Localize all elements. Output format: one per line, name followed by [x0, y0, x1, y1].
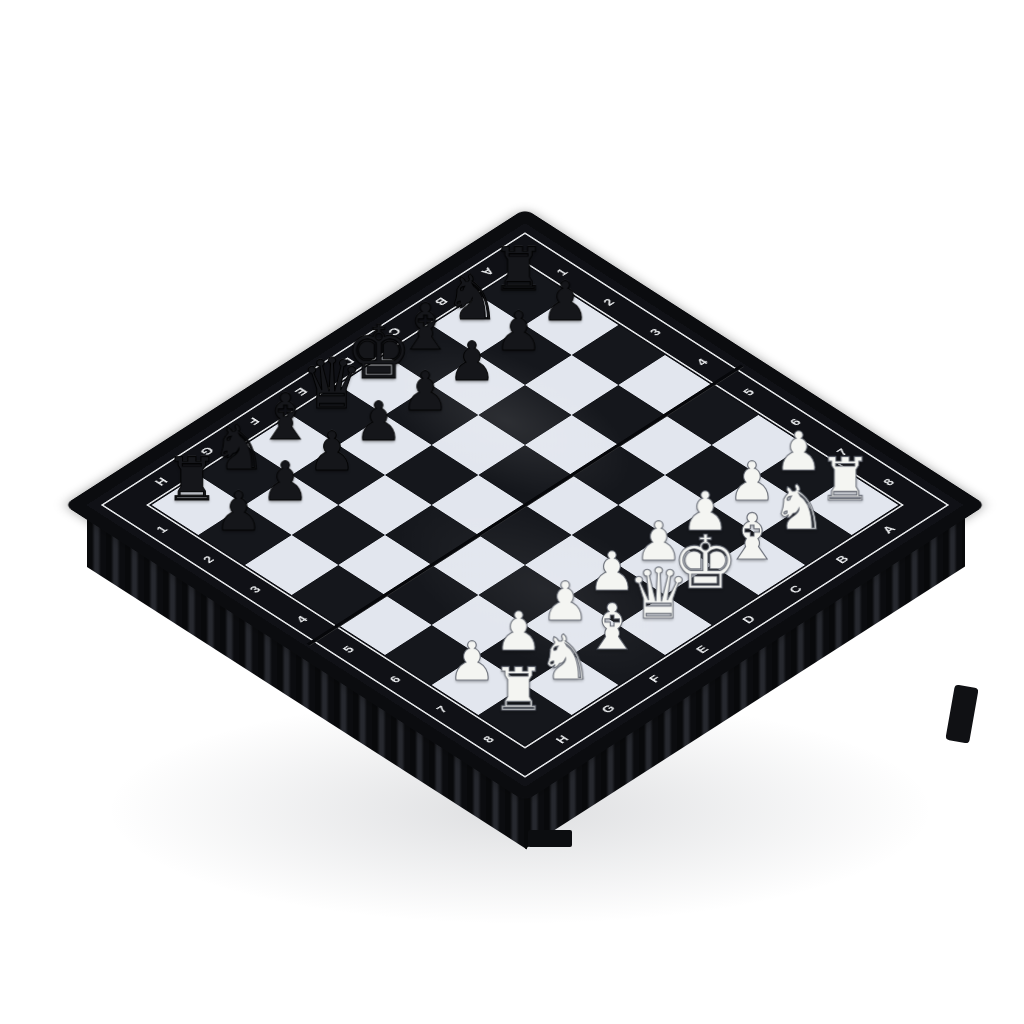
chess-set-photo: 12345678 12345678 ABCDEFGH ABCDEFGH ♜♟♞♟… [0, 0, 1024, 1024]
coord-label-text: A [879, 522, 899, 535]
coord-label-text: 7 [433, 703, 451, 715]
coord-label-text: 3 [646, 326, 664, 338]
coord-label-text: G [598, 702, 618, 715]
coord-label-text: H [552, 732, 572, 745]
piece-white-rook: ♜ [459, 659, 579, 719]
coord-label-text: 6 [386, 673, 404, 685]
coord-label-text: D [739, 612, 759, 625]
coord-label-text: B [832, 552, 852, 565]
coord-label-text: F [646, 673, 665, 685]
piece-black-pawn: ♟ [179, 485, 299, 539]
coord-label-text: E [692, 642, 711, 654]
coord-label-text: 3 [246, 583, 264, 595]
coord-label-text: C [785, 582, 805, 595]
coord-label-text: 1 [153, 523, 171, 535]
case-hinge-tab [528, 830, 572, 847]
coord-label-text: 4 [293, 613, 311, 625]
coord-label-text: 2 [199, 553, 217, 565]
coord-label-text: 8 [479, 733, 497, 745]
coord-label-text: 5 [339, 643, 357, 655]
